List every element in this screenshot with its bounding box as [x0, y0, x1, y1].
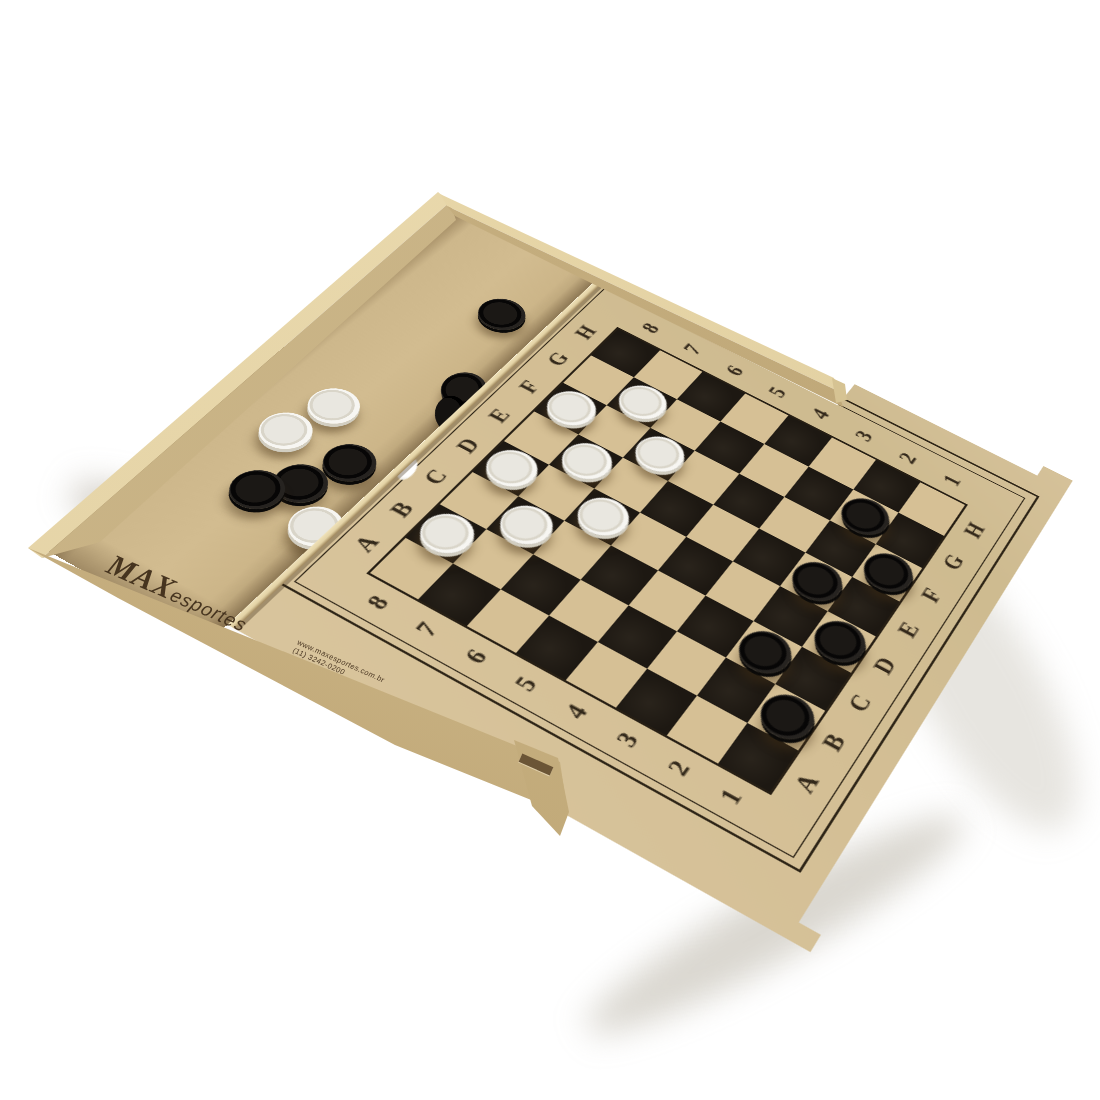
product-photo-scene: AA88BB77CC66DD55EE44FF33GG22HH11 MAXespo…	[0, 0, 1100, 1100]
